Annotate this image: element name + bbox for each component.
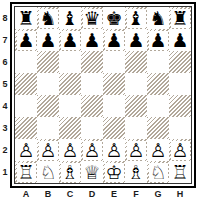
- rank-label-2: 2: [0, 139, 10, 161]
- square-h4[interactable]: [169, 95, 191, 117]
- square-c6[interactable]: [59, 51, 81, 73]
- square-c8[interactable]: ♝: [59, 7, 81, 29]
- black-bishop: ♝: [61, 9, 80, 28]
- square-a8[interactable]: ♜: [15, 7, 37, 29]
- square-h2[interactable]: ♙: [169, 139, 191, 161]
- board-and-rank-labels: 87654321 ♜♞♝♛♚♝♞♜♟♟♟♟♟♟♟♟♙♙♙♙♙♙♙♙♖♘♗♕♔♗♘…: [0, 2, 197, 188]
- square-g8[interactable]: ♞: [147, 7, 169, 29]
- square-c5[interactable]: [59, 73, 81, 95]
- black-rook: ♜: [17, 9, 36, 28]
- square-f7[interactable]: ♟: [125, 29, 147, 51]
- white-pawn: ♙: [17, 141, 36, 160]
- black-pawn: ♟: [83, 31, 102, 50]
- file-label-d: D: [81, 189, 103, 200]
- white-pawn: ♙: [83, 141, 102, 160]
- white-pawn: ♙: [105, 141, 124, 160]
- square-e1[interactable]: ♔: [103, 161, 125, 183]
- rank-label-6: 6: [0, 51, 10, 73]
- file-labels: ABCDEFGH: [0, 189, 197, 200]
- black-knight: ♞: [39, 9, 58, 28]
- white-king: ♔: [105, 163, 124, 182]
- square-g3[interactable]: [147, 117, 169, 139]
- square-a1[interactable]: ♖: [15, 161, 37, 183]
- square-b3[interactable]: [37, 117, 59, 139]
- white-pawn: ♙: [171, 141, 190, 160]
- square-e2[interactable]: ♙: [103, 139, 125, 161]
- square-d6[interactable]: [81, 51, 103, 73]
- rank-label-3: 3: [0, 117, 10, 139]
- square-b8[interactable]: ♞: [37, 7, 59, 29]
- white-bishop: ♗: [127, 163, 146, 182]
- board-frame: ♜♞♝♛♚♝♞♜♟♟♟♟♟♟♟♟♙♙♙♙♙♙♙♙♖♘♗♕♔♗♘♖: [10, 2, 196, 188]
- square-f4[interactable]: [125, 95, 147, 117]
- white-pawn: ♙: [149, 141, 168, 160]
- square-b4[interactable]: [37, 95, 59, 117]
- white-bishop: ♗: [61, 163, 80, 182]
- square-c4[interactable]: [59, 95, 81, 117]
- square-c2[interactable]: ♙: [59, 139, 81, 161]
- square-h8[interactable]: ♜: [169, 7, 191, 29]
- square-c7[interactable]: ♟: [59, 29, 81, 51]
- square-f5[interactable]: [125, 73, 147, 95]
- black-pawn: ♟: [171, 31, 190, 50]
- white-knight: ♘: [149, 163, 168, 182]
- square-b6[interactable]: [37, 51, 59, 73]
- square-g6[interactable]: [147, 51, 169, 73]
- black-pawn: ♟: [105, 31, 124, 50]
- file-label-a: A: [15, 189, 37, 200]
- rank-label-5: 5: [0, 73, 10, 95]
- rank-label-8: 8: [0, 7, 10, 29]
- square-f3[interactable]: [125, 117, 147, 139]
- square-d3[interactable]: [81, 117, 103, 139]
- square-h1[interactable]: ♖: [169, 161, 191, 183]
- square-e4[interactable]: [103, 95, 125, 117]
- white-knight: ♘: [39, 163, 58, 182]
- square-d8[interactable]: ♛: [81, 7, 103, 29]
- black-pawn: ♟: [61, 31, 80, 50]
- square-d4[interactable]: [81, 95, 103, 117]
- file-label-h: H: [169, 189, 191, 200]
- black-rook: ♜: [171, 9, 190, 28]
- white-pawn: ♙: [39, 141, 58, 160]
- square-e6[interactable]: [103, 51, 125, 73]
- square-g5[interactable]: [147, 73, 169, 95]
- white-pawn: ♙: [127, 141, 146, 160]
- white-rook: ♖: [17, 163, 36, 182]
- square-h6[interactable]: [169, 51, 191, 73]
- square-f6[interactable]: [125, 51, 147, 73]
- square-g4[interactable]: [147, 95, 169, 117]
- square-g7[interactable]: ♟: [147, 29, 169, 51]
- square-h3[interactable]: [169, 117, 191, 139]
- square-h5[interactable]: [169, 73, 191, 95]
- rank-label-4: 4: [0, 95, 10, 117]
- chess-diagram: 87654321 ♜♞♝♛♚♝♞♜♟♟♟♟♟♟♟♟♙♙♙♙♙♙♙♙♖♘♗♕♔♗♘…: [0, 0, 197, 200]
- white-pawn: ♙: [61, 141, 80, 160]
- square-c3[interactable]: [59, 117, 81, 139]
- white-queen: ♕: [83, 163, 102, 182]
- square-e3[interactable]: [103, 117, 125, 139]
- black-king: ♚: [105, 9, 124, 28]
- square-b1[interactable]: ♘: [37, 161, 59, 183]
- square-a3[interactable]: [15, 117, 37, 139]
- rank-label-1: 1: [0, 161, 10, 183]
- square-d2[interactable]: ♙: [81, 139, 103, 161]
- square-c1[interactable]: ♗: [59, 161, 81, 183]
- square-e5[interactable]: [103, 73, 125, 95]
- square-a2[interactable]: ♙: [15, 139, 37, 161]
- square-e7[interactable]: ♟: [103, 29, 125, 51]
- square-b7[interactable]: ♟: [37, 29, 59, 51]
- square-d5[interactable]: [81, 73, 103, 95]
- square-h7[interactable]: ♟: [169, 29, 191, 51]
- white-rook: ♖: [171, 163, 190, 182]
- black-queen: ♛: [83, 9, 102, 28]
- square-d1[interactable]: ♕: [81, 161, 103, 183]
- black-pawn: ♟: [127, 31, 146, 50]
- file-label-f: F: [125, 189, 147, 200]
- file-label-c: C: [59, 189, 81, 200]
- square-b2[interactable]: ♙: [37, 139, 59, 161]
- black-pawn: ♟: [39, 31, 58, 50]
- black-pawn: ♟: [17, 31, 36, 50]
- rank-labels: 87654321: [0, 2, 10, 183]
- file-label-e: E: [103, 189, 125, 200]
- square-a7[interactable]: ♟: [15, 29, 37, 51]
- square-f2[interactable]: ♙: [125, 139, 147, 161]
- square-g1[interactable]: ♘: [147, 161, 169, 183]
- square-f1[interactable]: ♗: [125, 161, 147, 183]
- file-label-b: B: [37, 189, 59, 200]
- square-a4[interactable]: [15, 95, 37, 117]
- black-knight: ♞: [149, 9, 168, 28]
- square-a5[interactable]: [15, 73, 37, 95]
- square-g2[interactable]: ♙: [147, 139, 169, 161]
- black-bishop: ♝: [127, 9, 146, 28]
- chess-board: ♜♞♝♛♚♝♞♜♟♟♟♟♟♟♟♟♙♙♙♙♙♙♙♙♖♘♗♕♔♗♘♖: [14, 6, 192, 184]
- square-e8[interactable]: ♚: [103, 7, 125, 29]
- square-b5[interactable]: [37, 73, 59, 95]
- rank-label-7: 7: [0, 29, 10, 51]
- square-a6[interactable]: [15, 51, 37, 73]
- black-pawn: ♟: [149, 31, 168, 50]
- file-label-g: G: [147, 189, 169, 200]
- square-d7[interactable]: ♟: [81, 29, 103, 51]
- square-f8[interactable]: ♝: [125, 7, 147, 29]
